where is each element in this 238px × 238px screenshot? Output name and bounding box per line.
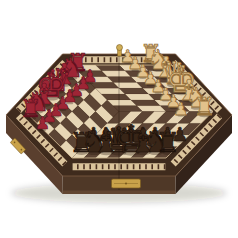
dark-rook-file8-rank1[interactable]: ♜ <box>156 127 181 158</box>
three-player-chess-product-photo: ♜♟♞♟♜♝♟♞♟♝♛♟♟♛♚♟♟♚♝♟♟♝♞♟♟♞♜♟♟♜♟♟♟♟♟♟♟♟♟♟… <box>0 0 238 238</box>
natural-rook-file8-rank1[interactable]: ♜ <box>194 92 216 121</box>
chess-board: ♜♟♞♟♜♝♟♞♟♝♛♟♟♛♚♟♟♚♝♟♟♝♞♟♟♞♜♟♟♜♟♟♟♟♟♟♟♟♟♟… <box>0 0 238 238</box>
brass-clasp[interactable] <box>112 179 141 188</box>
red-pawn-file8-rank2[interactable]: ♟ <box>35 113 50 133</box>
natural-pawn-file8-rank2[interactable]: ♟ <box>173 99 188 119</box>
box-base-edge <box>63 191 176 195</box>
